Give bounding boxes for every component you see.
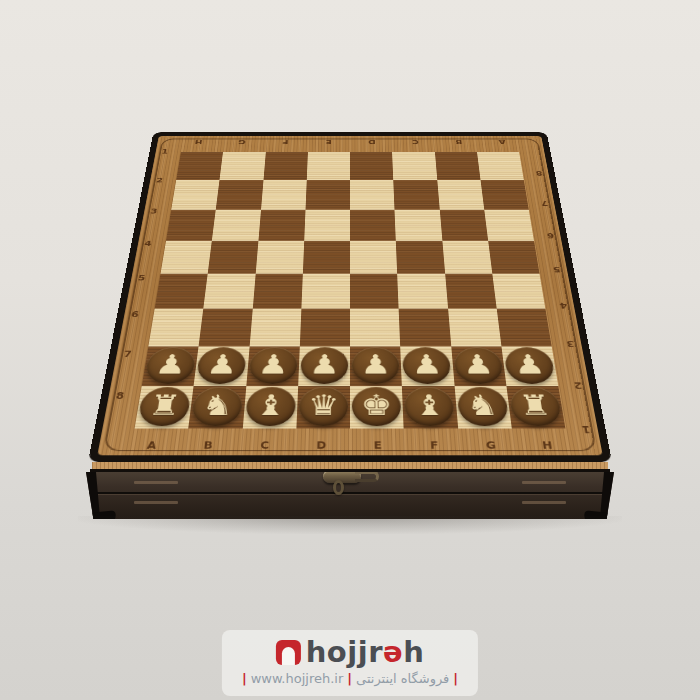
- square-g5[interactable]: [445, 274, 497, 309]
- piece-p-f7[interactable]: ♟: [402, 347, 451, 384]
- square-a5[interactable]: [155, 274, 208, 309]
- piece-glyph: ♛: [307, 392, 339, 420]
- piece-n-b8[interactable]: ♞: [191, 387, 244, 426]
- square-f7[interactable]: ♟: [400, 346, 454, 386]
- square-a7[interactable]: ♟: [142, 346, 199, 386]
- piece-glyph: ♟: [153, 351, 188, 378]
- file-label: G: [219, 139, 263, 146]
- piece-glyph: ♝: [413, 392, 447, 420]
- separator: |: [453, 671, 458, 686]
- clasp-ring: [333, 480, 344, 495]
- square-b7[interactable]: ♟: [194, 346, 249, 386]
- square-h8[interactable]: ♜: [506, 386, 565, 429]
- piece-p-g7[interactable]: ♟: [453, 347, 504, 384]
- square-a3[interactable]: [166, 209, 216, 240]
- square-g6[interactable]: [448, 309, 502, 346]
- piece-p-d7[interactable]: ♟: [300, 347, 348, 384]
- square-g4[interactable]: [442, 241, 492, 274]
- square-b5[interactable]: [203, 274, 255, 309]
- rank-label: 5: [132, 274, 147, 310]
- square-h6[interactable]: [497, 309, 552, 346]
- square-g8[interactable]: ♞: [454, 386, 511, 429]
- file-label: H: [519, 439, 577, 450]
- file-label-strip: ABCDEFGH: [123, 437, 578, 453]
- rank-label: 6: [541, 207, 555, 239]
- rank-label: 8: [531, 148, 543, 177]
- file-label: C: [393, 139, 437, 146]
- square-d4[interactable]: [303, 241, 350, 274]
- piece-glyph: ♜: [147, 392, 183, 420]
- finger-joint: [522, 481, 566, 484]
- file-label: A: [123, 439, 181, 450]
- square-c6[interactable]: [249, 309, 301, 346]
- piece-glyph: ♞: [200, 392, 235, 420]
- piece-glyph: ♝: [254, 392, 288, 420]
- rank-label: 1: [574, 390, 591, 434]
- square-e1[interactable]: [350, 152, 393, 180]
- piece-b-c8[interactable]: ♝: [245, 387, 296, 426]
- square-d7[interactable]: ♟: [298, 346, 350, 386]
- piece-glyph: ♟: [257, 351, 289, 378]
- rank-label: 4: [139, 239, 153, 273]
- box-front: [86, 472, 614, 519]
- square-e7[interactable]: ♟: [350, 346, 402, 386]
- rank-label: 8: [109, 390, 126, 434]
- clasp-hook: [355, 471, 379, 482]
- square-c5[interactable]: [252, 274, 302, 309]
- square-b2[interactable]: [216, 180, 263, 209]
- square-e6[interactable]: [350, 309, 400, 346]
- file-label: F: [406, 439, 463, 450]
- file-label: F: [263, 139, 307, 146]
- file-label: G: [463, 439, 521, 450]
- watermark-subline: | www.hojjreh.ir | فروشگاه اینترنتی |: [242, 671, 458, 686]
- square-f3[interactable]: [395, 209, 442, 240]
- square-h4[interactable]: [488, 241, 540, 274]
- piece-glyph: ♞: [465, 392, 500, 420]
- separator: |: [347, 671, 352, 686]
- square-a8[interactable]: ♜: [135, 386, 194, 429]
- square-d8[interactable]: ♛: [296, 386, 350, 429]
- piece-p-a7[interactable]: ♟: [144, 347, 196, 384]
- file-label: H: [176, 139, 220, 146]
- board-grid: ♟♟♟♟♟♟♟♟♜♞♝♛♚♝♞♜: [135, 152, 566, 428]
- file-label: D: [293, 439, 350, 450]
- square-f8[interactable]: ♝: [402, 386, 458, 429]
- piece-p-b7[interactable]: ♟: [196, 347, 247, 384]
- square-b1[interactable]: [220, 152, 266, 180]
- square-d6[interactable]: [300, 309, 350, 346]
- square-f5[interactable]: [397, 274, 447, 309]
- store-url: www.hojjreh.ir: [251, 671, 344, 686]
- square-c2[interactable]: [261, 180, 307, 209]
- rank-label: 6: [125, 310, 141, 349]
- rank-label: 5: [547, 239, 561, 273]
- brand-schwa: ə: [383, 635, 403, 669]
- square-b3[interactable]: [212, 209, 261, 240]
- watermark: hojjrəh | www.hojjreh.ir | فروشگاه اینتر…: [222, 630, 478, 696]
- piece-glyph: ♚: [360, 392, 392, 420]
- file-label-strip: ABCDEFGH: [176, 138, 525, 147]
- hojjreh-logo-icon: [276, 640, 301, 665]
- square-h3[interactable]: [484, 209, 534, 240]
- square-d3[interactable]: [304, 209, 350, 240]
- square-a2[interactable]: [171, 180, 219, 209]
- lid-gap: [90, 469, 610, 472]
- square-e8[interactable]: ♚: [350, 386, 404, 429]
- store-tagline-farsi: فروشگاه اینترنتی: [356, 671, 449, 686]
- piece-glyph: ♟: [512, 351, 547, 378]
- chess-board: ♟♟♟♟♟♟♟♟♜♞♝♛♚♝♞♜ ABCDEFGHABCDEFGH1234567…: [88, 132, 612, 462]
- rank-label: 7: [536, 177, 549, 207]
- piece-n-g8[interactable]: ♞: [456, 387, 509, 426]
- square-g1[interactable]: [435, 152, 481, 180]
- lid-edge: [92, 462, 608, 469]
- box-shadow: [78, 516, 622, 534]
- square-f6[interactable]: [399, 309, 451, 346]
- rank-label: 4: [553, 274, 568, 310]
- rank-label: 3: [560, 310, 576, 349]
- square-c1[interactable]: [263, 152, 308, 180]
- rank-label: 2: [567, 349, 583, 391]
- rank-label: 2: [151, 177, 164, 207]
- piece-glyph: ♟: [309, 351, 340, 378]
- piece-p-c7[interactable]: ♟: [248, 347, 297, 384]
- square-h7[interactable]: ♟: [501, 346, 558, 386]
- square-d1[interactable]: [307, 152, 350, 180]
- piece-q-d8[interactable]: ♛: [298, 387, 348, 426]
- square-d2[interactable]: [305, 180, 350, 209]
- file-label: E: [306, 139, 350, 146]
- product-photo-scene: ♟♟♟♟♟♟♟♟♜♞♝♛♚♝♞♜ ABCDEFGHABCDEFGH1234567…: [0, 0, 700, 700]
- square-b4[interactable]: [208, 241, 258, 274]
- file-label: B: [180, 439, 238, 450]
- square-b6[interactable]: [199, 309, 253, 346]
- piece-glyph: ♟: [360, 351, 391, 378]
- square-h1[interactable]: [477, 152, 524, 180]
- piece-glyph: ♟: [205, 351, 239, 378]
- square-e4[interactable]: [350, 241, 397, 274]
- finger-joint: [522, 501, 566, 504]
- square-a1[interactable]: [176, 152, 223, 180]
- file-label: A: [480, 139, 524, 146]
- square-c8[interactable]: ♝: [242, 386, 298, 429]
- brand-name: hojjrəh: [306, 638, 425, 667]
- rank-label: 3: [145, 207, 159, 239]
- square-f2[interactable]: [393, 180, 439, 209]
- square-a4[interactable]: [161, 241, 213, 274]
- square-c4[interactable]: [255, 241, 304, 274]
- piece-k-e8[interactable]: ♚: [352, 387, 402, 426]
- square-g3[interactable]: [439, 209, 488, 240]
- rank-label: 7: [117, 349, 133, 391]
- piece-p-h7[interactable]: ♟: [503, 347, 555, 384]
- file-label: C: [236, 439, 293, 450]
- square-h5[interactable]: [492, 274, 545, 309]
- piece-r-h8[interactable]: ♜: [508, 387, 562, 426]
- square-a6[interactable]: [148, 309, 203, 346]
- file-label: E: [350, 439, 407, 450]
- piece-p-e7[interactable]: ♟: [352, 347, 400, 384]
- separator: |: [242, 671, 247, 686]
- piece-glyph: ♟: [411, 351, 443, 378]
- square-f1[interactable]: [392, 152, 437, 180]
- piece-glyph: ♜: [517, 392, 553, 420]
- rank-label: 1: [157, 148, 169, 177]
- board-border: ♟♟♟♟♟♟♟♟♜♞♝♛♚♝♞♜ ABCDEFGHABCDEFGH1234567…: [97, 136, 602, 455]
- square-g2[interactable]: [437, 180, 484, 209]
- piece-glyph: ♟: [461, 351, 495, 378]
- square-f4[interactable]: [396, 241, 445, 274]
- square-h2[interactable]: [480, 180, 528, 209]
- finger-joint: [134, 501, 178, 504]
- square-e3[interactable]: [350, 209, 396, 240]
- piece-b-f8[interactable]: ♝: [404, 387, 455, 426]
- square-c3[interactable]: [258, 209, 305, 240]
- square-d5[interactable]: [301, 274, 350, 309]
- square-e5[interactable]: [350, 274, 399, 309]
- square-b8[interactable]: ♞: [188, 386, 245, 429]
- square-c7[interactable]: ♟: [246, 346, 300, 386]
- file-label: D: [350, 139, 394, 146]
- file-label: B: [436, 139, 480, 146]
- piece-r-a8[interactable]: ♜: [137, 387, 191, 426]
- square-g7[interactable]: ♟: [451, 346, 506, 386]
- square-e2[interactable]: [350, 180, 395, 209]
- finger-joint: [134, 481, 178, 484]
